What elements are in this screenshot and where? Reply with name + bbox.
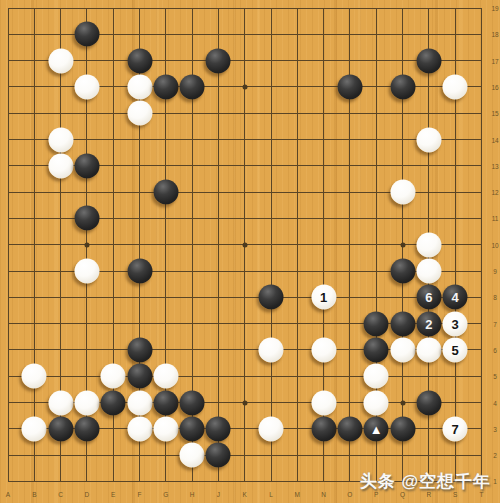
white-stone <box>153 416 178 441</box>
grid-line-vertical <box>34 8 35 482</box>
white-stone <box>127 74 152 99</box>
white-stone <box>416 337 441 362</box>
black-stone <box>206 48 231 73</box>
row-label: 10 <box>490 241 500 248</box>
black-stone <box>153 74 178 99</box>
column-label: O <box>347 491 352 498</box>
row-label: 18 <box>490 31 500 38</box>
white-stone <box>74 74 99 99</box>
grid-line-vertical <box>481 8 482 482</box>
white-stone-move-7: 7 <box>443 416 468 441</box>
move-number-label: 3 <box>451 317 458 330</box>
row-label: 1 <box>490 478 500 485</box>
row-label: 2 <box>490 452 500 459</box>
column-label: D <box>85 491 90 498</box>
white-stone <box>311 337 336 362</box>
white-stone <box>390 337 415 362</box>
move-number-label: 4 <box>451 291 458 304</box>
column-label: H <box>190 491 195 498</box>
black-stone <box>416 48 441 73</box>
white-stone <box>127 416 152 441</box>
black-stone-move-6: 6 <box>416 285 441 310</box>
white-stone <box>101 364 126 389</box>
column-label: M <box>295 491 300 498</box>
star-point <box>84 242 89 247</box>
grid-line-vertical <box>8 8 9 482</box>
white-stone-move-1: 1 <box>311 285 336 310</box>
grid-line-vertical <box>218 8 219 482</box>
star-point <box>242 400 247 405</box>
white-stone <box>180 443 205 468</box>
white-stone <box>127 390 152 415</box>
row-label: 8 <box>490 294 500 301</box>
row-label: 12 <box>490 189 500 196</box>
black-stone <box>74 416 99 441</box>
black-stone <box>390 74 415 99</box>
move-number-label: 7 <box>451 422 458 435</box>
white-stone <box>48 127 73 152</box>
row-label: 19 <box>490 5 500 12</box>
column-label: A <box>6 491 10 498</box>
white-stone <box>311 390 336 415</box>
white-stone <box>48 48 73 73</box>
white-stone <box>364 390 389 415</box>
white-stone <box>48 390 73 415</box>
white-stone <box>259 337 284 362</box>
white-stone <box>390 180 415 205</box>
black-stone <box>180 416 205 441</box>
grid-line-vertical <box>271 8 272 482</box>
black-stone <box>101 390 126 415</box>
black-stone <box>74 153 99 178</box>
black-stone-move-2: 2 <box>416 311 441 336</box>
black-stone <box>390 259 415 284</box>
row-label: 16 <box>490 83 500 90</box>
black-stone <box>364 337 389 362</box>
black-stone <box>153 390 178 415</box>
white-stone <box>259 416 284 441</box>
white-stone <box>22 364 47 389</box>
white-stone-move-5: 5 <box>443 337 468 362</box>
black-stone <box>390 311 415 336</box>
white-stone <box>443 74 468 99</box>
black-stone <box>127 337 152 362</box>
black-stone <box>127 364 152 389</box>
row-label: 17 <box>490 57 500 64</box>
column-label: F <box>138 491 142 498</box>
row-label: 11 <box>490 215 500 222</box>
column-label: L <box>269 491 273 498</box>
black-stone <box>337 416 362 441</box>
grid-line-horizontal <box>8 297 482 298</box>
black-stone <box>416 390 441 415</box>
grid-line-horizontal <box>8 455 482 456</box>
black-stone <box>259 285 284 310</box>
black-stone <box>206 443 231 468</box>
black-stone <box>74 22 99 47</box>
white-stone <box>22 416 47 441</box>
row-label: 7 <box>490 320 500 327</box>
move-number-label: 6 <box>425 291 432 304</box>
black-stone-move-4: 4 <box>443 285 468 310</box>
move-number-label: 5 <box>451 343 458 356</box>
black-stone <box>180 390 205 415</box>
black-stone-triangle: ▲ <box>364 416 389 441</box>
column-label: K <box>243 491 247 498</box>
star-point <box>242 242 247 247</box>
white-stone <box>127 101 152 126</box>
black-stone <box>127 259 152 284</box>
white-stone <box>416 232 441 257</box>
go-board: 头条 @空想千年 ABCDEFGHJKLMNOPQRST191817161514… <box>0 0 500 503</box>
star-point <box>242 84 247 89</box>
white-stone <box>364 364 389 389</box>
black-stone <box>337 74 362 99</box>
triangle-mark: ▲ <box>370 422 383 435</box>
row-label: 5 <box>490 373 500 380</box>
move-number-label: 1 <box>320 291 327 304</box>
black-stone <box>311 416 336 441</box>
grid-line-vertical <box>297 8 298 482</box>
column-label: N <box>321 491 326 498</box>
column-label: C <box>58 491 63 498</box>
white-stone <box>153 364 178 389</box>
star-point <box>400 242 405 247</box>
black-stone <box>206 416 231 441</box>
black-stone <box>180 74 205 99</box>
white-stone <box>74 259 99 284</box>
watermark: 头条 @空想千年 <box>360 470 491 493</box>
row-label: 15 <box>490 110 500 117</box>
black-stone <box>74 206 99 231</box>
black-stone <box>390 416 415 441</box>
white-stone <box>74 390 99 415</box>
row-label: 13 <box>490 162 500 169</box>
white-stone <box>48 153 73 178</box>
white-stone-move-3: 3 <box>443 311 468 336</box>
row-label: 6 <box>490 346 500 353</box>
column-label: B <box>32 491 36 498</box>
black-stone <box>48 416 73 441</box>
black-stone <box>127 48 152 73</box>
column-label: E <box>111 491 115 498</box>
column-label: J <box>217 491 220 498</box>
move-number-label: 2 <box>425 317 432 330</box>
black-stone <box>153 180 178 205</box>
row-label: 3 <box>490 425 500 432</box>
black-stone <box>364 311 389 336</box>
column-label: G <box>163 491 168 498</box>
row-label: 9 <box>490 268 500 275</box>
white-stone <box>416 259 441 284</box>
grid-line-horizontal <box>8 376 482 377</box>
white-stone <box>416 127 441 152</box>
row-label: 4 <box>490 399 500 406</box>
row-label: 14 <box>490 136 500 143</box>
star-point <box>400 400 405 405</box>
